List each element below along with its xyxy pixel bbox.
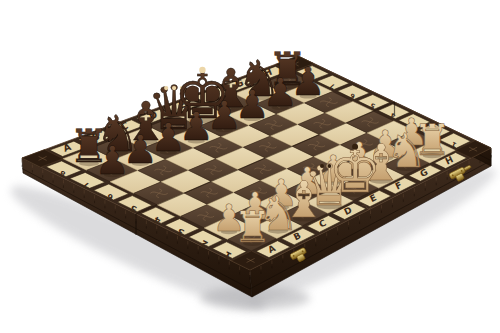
crown-tip-accent: [164, 86, 168, 90]
crown-top-accent: [352, 144, 358, 150]
piece-black-pawn-h7: ♟: [291, 59, 326, 104]
piece-glyph: ♟: [291, 59, 326, 104]
crown-top-accent: [199, 67, 205, 73]
piece-glyph: ♜: [413, 115, 451, 165]
piece-white-rook-h1: ♜: [413, 115, 451, 165]
crown-tip-accent: [320, 164, 324, 168]
wooden-chess-set-photo: AABBCCDDEEFFGGHH1122334455667788♜♞♝♛♚♝♞♜…: [0, 0, 500, 333]
photo-canvas: AABBCCDDEEFFGGHH1122334455667788♜♞♝♛♚♝♞♜…: [0, 0, 500, 333]
